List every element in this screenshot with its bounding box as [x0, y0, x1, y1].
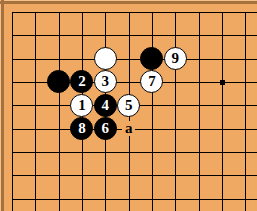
grid-line-vertical [222, 12, 223, 211]
black-stone-8: 8 [70, 117, 93, 140]
black-stone [47, 70, 70, 93]
black-stone-4: 4 [94, 94, 117, 117]
grid-line-vertical [152, 12, 153, 211]
go-board-diagram: a923714586 [0, 0, 257, 211]
grid-line-horizontal [12, 12, 257, 13]
grid-line-vertical [175, 12, 176, 211]
grid-line-vertical [199, 12, 200, 211]
white-stone-5: 5 [117, 94, 140, 117]
grid-line-vertical [35, 12, 36, 211]
white-stone-9: 9 [164, 47, 187, 70]
grid-line-horizontal [12, 35, 257, 36]
grid-line-horizontal [12, 175, 257, 176]
grid-line-vertical [12, 12, 13, 211]
grid-line-horizontal [12, 152, 257, 153]
grid-line-horizontal [12, 59, 257, 60]
grid-line-vertical [59, 12, 60, 211]
black-stone [140, 47, 163, 70]
black-stone-2: 2 [70, 70, 93, 93]
grid-line-vertical [245, 12, 246, 211]
white-stone-1: 1 [70, 94, 93, 117]
white-stone-3: 3 [94, 70, 117, 93]
white-stone-7: 7 [140, 70, 163, 93]
go-board: a923714586 [0, 0, 257, 211]
black-stone-6: 6 [94, 117, 117, 140]
point-label-a: a [122, 121, 135, 136]
star-point [220, 80, 225, 85]
grid-line-horizontal [12, 199, 257, 200]
white-stone [94, 47, 117, 70]
